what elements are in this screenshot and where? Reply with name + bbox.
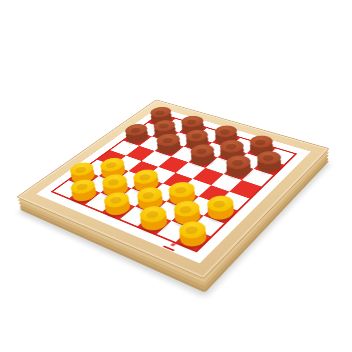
checker-glyph: ● bbox=[107, 194, 127, 206]
checkers-board: ♛ ●●●●●●●●●●●●●●●●●●●●●●●● bbox=[16, 100, 330, 280]
checker-glyph: ● bbox=[143, 208, 163, 220]
checker-brown[interactable]: ● bbox=[224, 163, 254, 180]
checker-glyph: ● bbox=[229, 157, 247, 167]
product-photo: ♛ ●●●●●●●●●●●●●●●●●●●●●●●● bbox=[0, 0, 352, 352]
checker-glyph: ● bbox=[210, 197, 230, 209]
checker-glyph: ● bbox=[182, 223, 203, 236]
checker-glyph: ● bbox=[172, 184, 191, 195]
board-perspective-wrapper: ♛ ●●●●●●●●●●●●●●●●●●●●●●●● bbox=[52, 49, 299, 296]
checker-glyph: ● bbox=[140, 189, 159, 201]
checker-glyph: ● bbox=[73, 181, 92, 192]
checker-glyph: ● bbox=[177, 203, 197, 215]
brand-logo-text-bar bbox=[163, 246, 175, 252]
checker-glyph: ● bbox=[136, 171, 155, 182]
checker-glyph: ● bbox=[105, 176, 124, 187]
checker-glyph: ● bbox=[260, 152, 278, 162]
